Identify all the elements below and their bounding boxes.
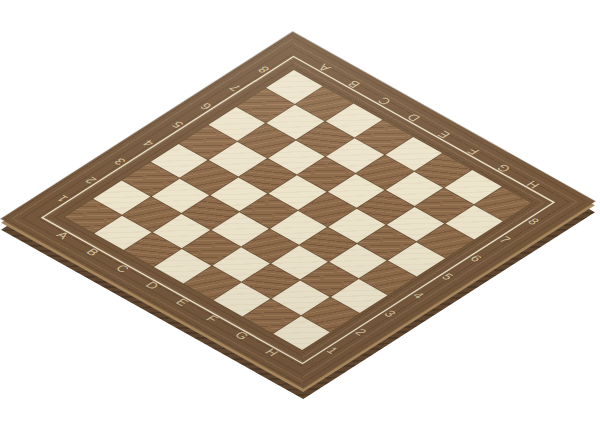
chessboard-photo: ABCDEFGHABCDEFGH1234567812345678 — [0, 0, 600, 440]
chess-board: ABCDEFGHABCDEFGH1234567812345678 — [1, 32, 595, 388]
squares-grid — [63, 69, 532, 351]
